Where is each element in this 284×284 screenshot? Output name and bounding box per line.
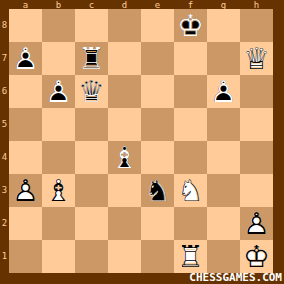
square-e6[interactable] [141,75,174,108]
square-b2[interactable] [42,207,75,240]
square-d2[interactable] [108,207,141,240]
piece-black-knight[interactable]: ♞♘ [141,174,174,207]
rank-label-5: 5 [0,108,9,141]
square-d5[interactable] [108,108,141,141]
square-h4[interactable] [240,141,273,174]
square-c2[interactable] [75,207,108,240]
square-a7[interactable]: ♟♙ [9,42,42,75]
chess-board: ♚♔♟♙♜♖♛♕♟♙♛♕♟♙♝♗♟♙♝♗♞♘♞♘♟♙♜♖♚♔ [9,9,273,273]
piece-outline-glyph: ♙ [9,42,42,75]
square-g8[interactable] [207,9,240,42]
square-c1[interactable] [75,240,108,273]
piece-black-bishop[interactable]: ♝♗ [108,141,141,174]
piece-black-rook[interactable]: ♜♖ [75,42,108,75]
square-f7[interactable] [174,42,207,75]
square-e2[interactable] [141,207,174,240]
square-h1[interactable]: ♚♔ [240,240,273,273]
square-g2[interactable] [207,207,240,240]
piece-outline-glyph: ♔ [240,240,273,273]
square-h6[interactable] [240,75,273,108]
chess-board-diagram: abcdefgh 87654321 ♚♔♟♙♜♖♛♕♟♙♛♕♟♙♝♗♟♙♝♗♞♘… [0,0,284,284]
square-a5[interactable] [9,108,42,141]
rank-label-6: 6 [0,75,9,108]
rank-label-8: 8 [0,9,9,42]
square-d6[interactable] [108,75,141,108]
square-g1[interactable] [207,240,240,273]
square-d4[interactable]: ♝♗ [108,141,141,174]
piece-outline-glyph: ♙ [240,207,273,240]
file-labels: abcdefgh [9,0,273,9]
square-b5[interactable] [42,108,75,141]
piece-white-pawn[interactable]: ♟♙ [240,207,273,240]
square-a6[interactable] [9,75,42,108]
square-c4[interactable] [75,141,108,174]
square-f5[interactable] [174,108,207,141]
square-g3[interactable] [207,174,240,207]
square-a1[interactable] [9,240,42,273]
rank-label-3: 3 [0,174,9,207]
piece-outline-glyph: ♙ [9,174,42,207]
square-h5[interactable] [240,108,273,141]
square-a4[interactable] [9,141,42,174]
square-e3[interactable]: ♞♘ [141,174,174,207]
square-c5[interactable] [75,108,108,141]
square-b7[interactable] [42,42,75,75]
piece-outline-glyph: ♙ [42,75,75,108]
square-d8[interactable] [108,9,141,42]
square-f2[interactable] [174,207,207,240]
piece-black-pawn[interactable]: ♟♙ [42,75,75,108]
square-f3[interactable]: ♞♘ [174,174,207,207]
square-f6[interactable] [174,75,207,108]
piece-white-pawn[interactable]: ♟♙ [9,174,42,207]
square-a8[interactable] [9,9,42,42]
square-g5[interactable] [207,108,240,141]
square-c8[interactable] [75,9,108,42]
piece-outline-glyph: ♘ [141,174,174,207]
square-e4[interactable] [141,141,174,174]
piece-outline-glyph: ♘ [174,174,207,207]
square-d7[interactable] [108,42,141,75]
piece-black-queen[interactable]: ♛♕ [75,75,108,108]
chessgames-watermark: CHESSGAMES.COM [189,272,282,284]
piece-black-pawn[interactable]: ♟♙ [207,75,240,108]
piece-outline-glyph: ♔ [174,9,207,42]
square-f8[interactable]: ♚♔ [174,9,207,42]
piece-white-king[interactable]: ♚♔ [240,240,273,273]
piece-outline-glyph: ♗ [108,141,141,174]
rank-label-7: 7 [0,42,9,75]
square-h7[interactable]: ♛♕ [240,42,273,75]
piece-white-rook[interactable]: ♜♖ [174,240,207,273]
square-c6[interactable]: ♛♕ [75,75,108,108]
piece-outline-glyph: ♖ [174,240,207,273]
square-e7[interactable] [141,42,174,75]
piece-outline-glyph: ♗ [42,174,75,207]
square-e5[interactable] [141,108,174,141]
square-e8[interactable] [141,9,174,42]
square-b4[interactable] [42,141,75,174]
rank-label-2: 2 [0,207,9,240]
piece-outline-glyph: ♖ [75,42,108,75]
piece-black-king[interactable]: ♚♔ [174,9,207,42]
piece-black-pawn[interactable]: ♟♙ [9,42,42,75]
rank-label-1: 1 [0,240,9,273]
square-f4[interactable] [174,141,207,174]
piece-outline-glyph: ♕ [240,42,273,75]
square-h3[interactable] [240,174,273,207]
square-d1[interactable] [108,240,141,273]
piece-white-knight[interactable]: ♞♘ [174,174,207,207]
rank-label-4: 4 [0,141,9,174]
piece-white-queen[interactable]: ♛♕ [240,42,273,75]
square-h2[interactable]: ♟♙ [240,207,273,240]
square-a3[interactable]: ♟♙ [9,174,42,207]
piece-outline-glyph: ♕ [75,75,108,108]
piece-outline-glyph: ♙ [207,75,240,108]
square-g6[interactable]: ♟♙ [207,75,240,108]
square-b3[interactable]: ♝♗ [42,174,75,207]
square-g4[interactable] [207,141,240,174]
square-c3[interactable] [75,174,108,207]
square-b1[interactable] [42,240,75,273]
square-a2[interactable] [9,207,42,240]
square-b8[interactable] [42,9,75,42]
square-g7[interactable] [207,42,240,75]
square-d3[interactable] [108,174,141,207]
piece-white-bishop[interactable]: ♝♗ [42,174,75,207]
square-b6[interactable]: ♟♙ [42,75,75,108]
square-f1[interactable]: ♜♖ [174,240,207,273]
square-e1[interactable] [141,240,174,273]
square-c7[interactable]: ♜♖ [75,42,108,75]
square-h8[interactable] [240,9,273,42]
rank-labels: 87654321 [0,9,9,273]
